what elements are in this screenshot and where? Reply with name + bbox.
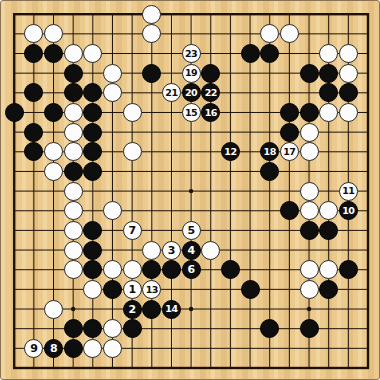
white-stone <box>64 241 83 260</box>
white-stone <box>64 182 83 201</box>
black-stone <box>83 123 102 142</box>
white-stone <box>300 142 319 161</box>
black-stone <box>280 201 299 220</box>
black-stone <box>300 221 319 240</box>
move-20-black-stone: 20 <box>182 83 201 102</box>
move-23-white-stone: 23 <box>182 44 201 63</box>
move-11-white-stone: 11 <box>339 182 358 201</box>
move-number-label: 3 <box>168 245 175 256</box>
move-3-white-stone: 3 <box>162 241 181 260</box>
move-6-black-stone: 6 <box>182 260 201 279</box>
white-stone <box>103 339 122 358</box>
white-stone <box>142 5 161 24</box>
black-stone <box>24 123 43 142</box>
move-8-black-stone: 8 <box>44 339 63 358</box>
black-stone <box>64 339 83 358</box>
white-stone <box>339 44 358 63</box>
star-point <box>307 307 311 311</box>
move-number-label: 9 <box>30 343 37 354</box>
white-stone <box>64 221 83 240</box>
white-stone <box>300 280 319 299</box>
move-number-label: 6 <box>188 264 195 275</box>
white-stone <box>123 260 142 279</box>
white-stone <box>201 241 220 260</box>
black-stone <box>64 83 83 102</box>
white-stone <box>123 142 142 161</box>
white-stone <box>64 103 83 122</box>
move-number-label: 16 <box>205 108 217 118</box>
black-stone <box>319 280 338 299</box>
white-stone <box>123 103 142 122</box>
move-number-label: 8 <box>50 343 57 354</box>
move-7-white-stone: 7 <box>123 221 142 240</box>
move-5-white-stone: 5 <box>182 221 201 240</box>
move-number-label: 19 <box>185 68 197 78</box>
black-stone <box>280 123 299 142</box>
move-17-white-stone: 17 <box>280 142 299 161</box>
move-number-label: 7 <box>129 225 136 236</box>
star-point <box>71 307 75 311</box>
black-stone <box>319 221 338 240</box>
move-number-label: 5 <box>188 225 195 236</box>
black-stone <box>221 260 240 279</box>
white-stone <box>300 123 319 142</box>
white-stone <box>339 103 358 122</box>
black-stone <box>280 103 299 122</box>
white-stone <box>64 123 83 142</box>
white-stone <box>300 182 319 201</box>
black-stone <box>300 64 319 83</box>
move-number-label: 11 <box>342 186 354 196</box>
move-14-black-stone: 14 <box>162 300 181 319</box>
black-stone <box>339 83 358 102</box>
move-number-label: 18 <box>264 147 276 157</box>
move-number-label: 22 <box>205 88 217 98</box>
move-number-label: 23 <box>185 49 197 59</box>
move-1-white-stone: 1 <box>123 280 142 299</box>
white-stone <box>300 201 319 220</box>
black-stone <box>64 64 83 83</box>
black-stone <box>300 319 319 338</box>
star-point <box>189 189 193 193</box>
move-13-white-stone: 13 <box>142 280 161 299</box>
move-2-black-stone: 2 <box>123 300 142 319</box>
move-number-label: 4 <box>188 245 195 256</box>
move-number-label: 10 <box>342 206 354 216</box>
move-number-label: 13 <box>146 285 158 295</box>
black-stone <box>64 162 83 181</box>
white-stone <box>300 260 319 279</box>
black-stone <box>339 260 358 279</box>
black-stone <box>241 280 260 299</box>
white-stone <box>103 64 122 83</box>
white-stone <box>64 44 83 63</box>
black-stone <box>260 162 279 181</box>
star-point <box>189 307 193 311</box>
move-15-white-stone: 15 <box>182 103 201 122</box>
black-stone <box>64 319 83 338</box>
black-stone <box>319 64 338 83</box>
black-stone <box>123 319 142 338</box>
black-stone <box>300 103 319 122</box>
move-number-label: 21 <box>165 88 177 98</box>
black-stone <box>241 44 260 63</box>
move-number-label: 12 <box>224 147 236 157</box>
move-number-label: 17 <box>283 147 295 157</box>
white-stone <box>64 201 83 220</box>
white-stone <box>64 142 83 161</box>
white-stone <box>339 64 358 83</box>
move-4-black-stone: 4 <box>182 241 201 260</box>
go-board[interactable]: 2319212022151612181711107534611321498 <box>0 0 380 380</box>
white-stone <box>103 319 122 338</box>
white-stone <box>319 103 338 122</box>
black-stone <box>44 44 63 63</box>
black-stone <box>103 280 122 299</box>
black-stone <box>162 260 181 279</box>
black-stone <box>142 300 161 319</box>
white-stone <box>142 241 161 260</box>
move-10-black-stone: 10 <box>339 201 358 220</box>
white-stone <box>44 300 63 319</box>
move-number-label: 14 <box>165 304 177 314</box>
move-number-label: 1 <box>129 284 136 295</box>
black-stone <box>5 103 24 122</box>
black-stone <box>44 103 63 122</box>
black-stone <box>142 64 161 83</box>
black-stone <box>201 64 220 83</box>
white-stone <box>64 260 83 279</box>
move-number-label: 15 <box>185 108 197 118</box>
move-number-label: 20 <box>185 88 197 98</box>
white-stone <box>83 339 102 358</box>
white-stone <box>44 162 63 181</box>
move-19-white-stone: 19 <box>182 64 201 83</box>
move-number-label: 2 <box>129 304 136 315</box>
black-stone <box>83 241 102 260</box>
